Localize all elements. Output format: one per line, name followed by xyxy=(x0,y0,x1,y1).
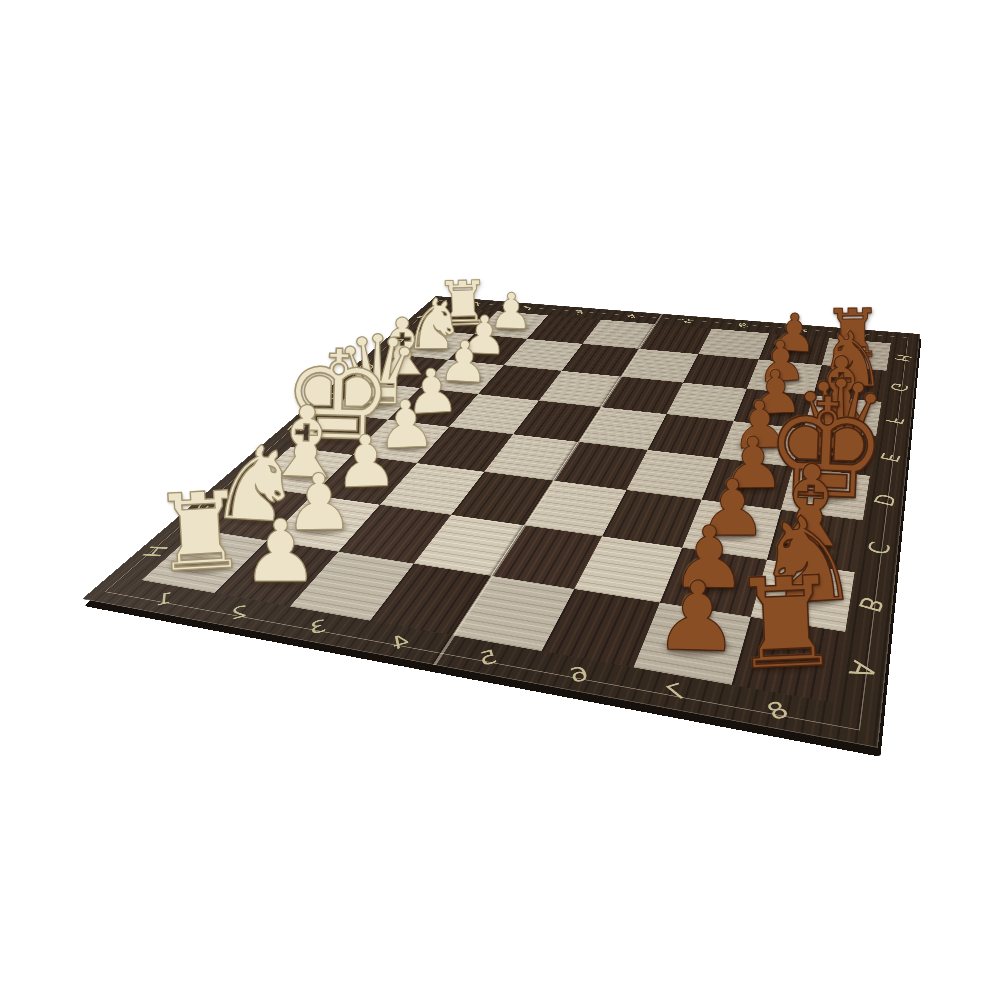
chess-set-photo: 12345678ABCDEFGHHGFEDCBA12345678 ♜♟♞♟♟♜♝… xyxy=(0,0,1000,1000)
rank-label-3: 3 xyxy=(309,617,328,638)
file-label-c: C xyxy=(862,539,894,557)
square-b8 xyxy=(813,365,886,402)
file-label-top-d: D xyxy=(321,392,347,400)
rank-label-far-3: 3 xyxy=(573,309,585,316)
square-a7 xyxy=(759,333,829,365)
rank-label-2: 2 xyxy=(231,603,248,623)
rank-label-far-4: 4 xyxy=(625,313,638,320)
rank-label-5: 5 xyxy=(476,647,499,670)
file-label-top-f: F xyxy=(242,460,270,468)
rank-label-far-1: 1 xyxy=(472,301,483,308)
file-label-top-c: C xyxy=(355,363,378,370)
square-b6 xyxy=(683,354,759,389)
file-label-b: B xyxy=(854,594,889,614)
rank-label-6: 6 xyxy=(567,663,592,687)
rank-label-far-5: 5 xyxy=(680,317,694,324)
rank-label-far-7: 7 xyxy=(793,326,808,334)
file-label-a: A xyxy=(844,658,881,682)
square-h8 xyxy=(731,617,845,703)
rank-label-7: 7 xyxy=(662,680,690,705)
board-grid xyxy=(142,307,891,703)
rank-label-4: 4 xyxy=(391,631,412,653)
file-label-top-b: B xyxy=(385,338,407,344)
rank-label-far-2: 2 xyxy=(521,305,532,312)
rank-label-far-6: 6 xyxy=(736,321,750,328)
rank-label-far-8: 8 xyxy=(853,331,869,339)
file-label-f: F xyxy=(882,415,908,425)
file-label-d: D xyxy=(869,492,899,508)
square-a8 xyxy=(821,338,890,371)
file-label-h: H xyxy=(891,353,915,363)
file-label-g: G xyxy=(887,382,912,393)
file-label-top-e: E xyxy=(284,424,310,432)
file-label-top-a: A xyxy=(413,315,434,320)
rank-label-1: 1 xyxy=(155,589,174,608)
square-b7 xyxy=(747,360,822,396)
rank-label-8: 8 xyxy=(763,698,793,724)
file-label-e: E xyxy=(876,451,903,463)
square-a6 xyxy=(698,329,769,360)
